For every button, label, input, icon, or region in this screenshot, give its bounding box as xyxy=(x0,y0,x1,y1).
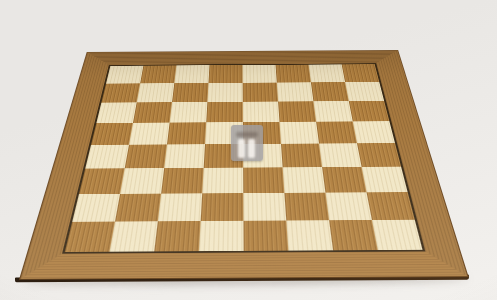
square-e2[interactable] xyxy=(243,192,286,220)
square-e3[interactable] xyxy=(243,167,284,193)
square-c4[interactable] xyxy=(164,144,205,168)
square-f7[interactable] xyxy=(276,82,313,101)
square-c6[interactable] xyxy=(169,101,207,122)
square-h1[interactable] xyxy=(371,219,422,249)
square-a3[interactable] xyxy=(78,168,124,194)
square-e6[interactable] xyxy=(242,101,279,122)
square-e7[interactable] xyxy=(242,82,277,101)
square-g7[interactable] xyxy=(310,82,348,101)
square-h2[interactable] xyxy=(366,192,414,220)
square-d8[interactable] xyxy=(208,65,242,83)
square-c8[interactable] xyxy=(174,65,209,83)
square-f4[interactable] xyxy=(280,143,321,167)
square-g5[interactable] xyxy=(316,121,357,143)
square-f8[interactable] xyxy=(275,64,310,82)
square-c3[interactable] xyxy=(161,167,204,193)
square-h3[interactable] xyxy=(361,166,407,192)
square-d2[interactable] xyxy=(200,193,243,221)
square-b8[interactable] xyxy=(140,65,176,83)
square-h8[interactable] xyxy=(341,64,379,82)
square-a8[interactable] xyxy=(106,65,143,83)
square-a5[interactable] xyxy=(91,122,133,144)
square-e8[interactable] xyxy=(242,64,276,82)
square-g6[interactable] xyxy=(313,101,352,122)
square-g2[interactable] xyxy=(325,192,371,220)
watermark-logo-smudge xyxy=(236,132,258,137)
watermark xyxy=(231,125,263,161)
square-b2[interactable] xyxy=(115,193,161,221)
square-g8[interactable] xyxy=(308,64,344,82)
square-g1[interactable] xyxy=(329,219,378,249)
square-d3[interactable] xyxy=(202,167,243,193)
square-a1[interactable] xyxy=(64,221,114,251)
square-f2[interactable] xyxy=(284,192,329,220)
square-h5[interactable] xyxy=(352,121,394,143)
square-c1[interactable] xyxy=(154,221,200,251)
square-e1[interactable] xyxy=(243,220,288,250)
square-b7[interactable] xyxy=(136,83,174,102)
square-h4[interactable] xyxy=(356,143,400,167)
square-c2[interactable] xyxy=(157,193,201,221)
square-b1[interactable] xyxy=(109,221,157,251)
square-f1[interactable] xyxy=(286,220,333,250)
photo-background xyxy=(0,0,497,300)
square-a4[interactable] xyxy=(85,144,129,168)
watermark-logo-bar xyxy=(238,139,245,158)
square-f3[interactable] xyxy=(282,167,325,193)
square-d1[interactable] xyxy=(198,220,243,250)
square-h6[interactable] xyxy=(348,100,389,121)
square-a2[interactable] xyxy=(72,193,120,221)
square-c7[interactable] xyxy=(172,82,208,101)
square-a6[interactable] xyxy=(96,102,136,123)
square-b4[interactable] xyxy=(124,144,166,168)
square-g4[interactable] xyxy=(318,143,361,167)
square-b5[interactable] xyxy=(129,122,170,144)
square-g3[interactable] xyxy=(322,166,366,192)
chess-board xyxy=(18,49,468,279)
square-f5[interactable] xyxy=(279,121,319,143)
square-d7[interactable] xyxy=(207,82,242,101)
board-frame-top-rail xyxy=(83,50,401,65)
square-b6[interactable] xyxy=(132,102,171,123)
square-d6[interactable] xyxy=(206,101,243,122)
square-f6[interactable] xyxy=(278,101,316,122)
square-c5[interactable] xyxy=(167,122,206,144)
watermark-logo-bar xyxy=(248,139,255,158)
board-frame-bottom-rail xyxy=(20,251,467,279)
square-h7[interactable] xyxy=(345,81,384,100)
square-b3[interactable] xyxy=(120,168,164,194)
square-a7[interactable] xyxy=(101,83,140,102)
